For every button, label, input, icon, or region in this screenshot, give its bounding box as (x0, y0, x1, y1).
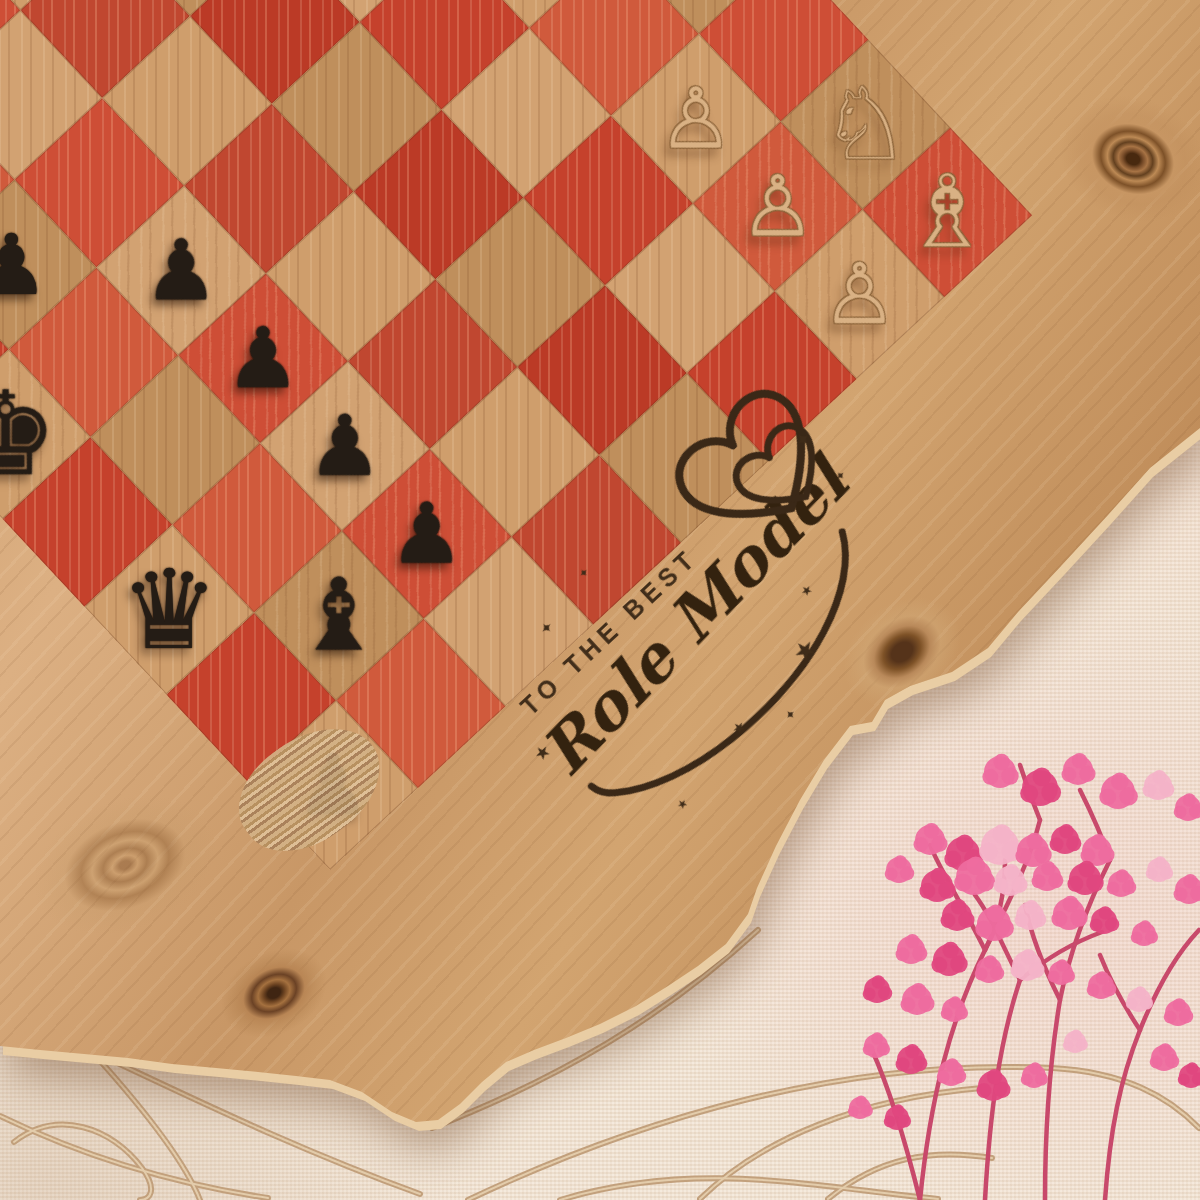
flower-blossom (848, 1095, 873, 1119)
flower-blossom (1131, 920, 1158, 946)
flower-blossom (1050, 824, 1082, 854)
flower-blossom (914, 823, 948, 855)
flower-blossom (979, 824, 1022, 865)
flower-blossom (1099, 773, 1138, 809)
flower-blossom (896, 1044, 928, 1074)
flower-heads (848, 753, 1200, 1130)
flower-blossom (1126, 986, 1153, 1012)
pink-flowers (0, 0, 1200, 1200)
flower-blossom (1143, 770, 1175, 800)
flower-blossom (1015, 900, 1047, 930)
flower-blossom (977, 1069, 1011, 1101)
flower-blossom (863, 975, 893, 1003)
flower-blossom (1174, 874, 1200, 904)
product-photo-scene: ♟♟♚♟♟♛♟♙♝♟♙♘♟♙♗ TO THE BEST Role Model ★… (0, 0, 1200, 1200)
flower-blossom (1164, 998, 1194, 1026)
flower-blossom (1087, 971, 1117, 999)
flower-blossom (1051, 896, 1087, 930)
flower-blossom (896, 934, 928, 964)
flower-blossom (975, 905, 1014, 941)
flower-blossom (885, 855, 915, 883)
flower-blossom (1174, 793, 1200, 821)
flower-blossom (941, 899, 975, 931)
flower-blossom (884, 1104, 911, 1130)
flower-blossom (1062, 753, 1096, 785)
flower-blossom (1021, 1062, 1048, 1088)
flower-blossom (1063, 1029, 1088, 1053)
flower-blossom (901, 983, 935, 1015)
flower-blossom (982, 754, 1018, 788)
flower-blossom (863, 1032, 890, 1058)
flower-blossom (1090, 906, 1120, 934)
flower-blossom (1150, 1043, 1180, 1071)
flower-blossom (1020, 767, 1061, 806)
flower-blossom (919, 868, 955, 902)
flower-blossom (1107, 869, 1137, 897)
flower-blossom (937, 1058, 967, 1086)
flower-blossom (1178, 1062, 1200, 1088)
flower-blossom (931, 942, 967, 976)
flower-blossom (1146, 856, 1173, 882)
